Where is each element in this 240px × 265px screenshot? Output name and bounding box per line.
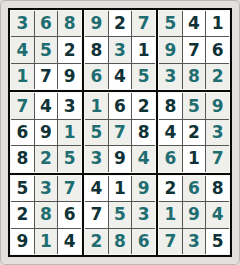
cell-digit: 9 <box>138 180 150 197</box>
cell-digit: 2 <box>164 180 176 197</box>
cell-digit: 2 <box>90 233 102 250</box>
sudoku-cell-r4c8[interactable]: 5 <box>183 93 206 118</box>
cell-digit: 6 <box>16 124 28 141</box>
sudoku-cell-r4c7[interactable]: 8 <box>159 93 182 118</box>
sudoku-cell-r7c6[interactable]: 9 <box>132 176 155 201</box>
sudoku-cell-r6c8[interactable]: 1 <box>183 146 206 171</box>
sudoku-cell-r8c6[interactable]: 3 <box>132 202 155 227</box>
cell-digit: 3 <box>212 124 224 141</box>
sudoku-cell-r3c2[interactable]: 7 <box>35 64 58 89</box>
cell-digit: 2 <box>64 42 76 59</box>
cell-digit: 3 <box>16 15 28 32</box>
sudoku-cell-r2c6[interactable]: 1 <box>132 37 155 62</box>
sudoku-box-2: 927831645 <box>84 10 156 90</box>
cell-digit: 6 <box>40 15 52 32</box>
cell-digit: 2 <box>188 124 200 141</box>
cell-digit: 1 <box>188 150 200 167</box>
sudoku-box-9: 268194735 <box>158 175 230 255</box>
cell-digit: 1 <box>212 15 224 32</box>
cell-digit: 5 <box>164 15 176 32</box>
cell-digit: 2 <box>138 98 150 115</box>
cell-digit: 1 <box>16 68 28 85</box>
sudoku-cell-r3c7[interactable]: 3 <box>159 64 182 89</box>
cell-digit: 3 <box>138 206 150 223</box>
cell-digit: 6 <box>188 180 200 197</box>
cell-digit: 8 <box>90 42 102 59</box>
cell-digit: 7 <box>16 98 28 115</box>
sudoku-cell-r8c9[interactable]: 4 <box>206 202 229 227</box>
sudoku-cell-r2c5[interactable]: 3 <box>109 37 132 62</box>
cell-digit: 6 <box>90 68 102 85</box>
cell-digit: 6 <box>138 233 150 250</box>
cell-digit: 6 <box>114 98 126 115</box>
cell-digit: 9 <box>16 233 28 250</box>
sudoku-cell-r9c7[interactable]: 7 <box>159 229 182 254</box>
cell-digit: 5 <box>138 68 150 85</box>
sudoku-cell-r4c1[interactable]: 7 <box>11 93 34 118</box>
sudoku-cell-r3c5[interactable]: 4 <box>109 64 132 89</box>
cell-digit: 3 <box>114 42 126 59</box>
sudoku-cell-r2c9[interactable]: 6 <box>206 37 229 62</box>
cell-digit: 4 <box>164 124 176 141</box>
cell-digit: 8 <box>114 233 126 250</box>
sudoku-cell-r2c1[interactable]: 4 <box>11 37 34 62</box>
sudoku-cell-r6c3[interactable]: 5 <box>58 146 81 171</box>
sudoku-cell-r1c5[interactable]: 2 <box>109 11 132 36</box>
sudoku-cell-r8c4[interactable]: 7 <box>85 202 108 227</box>
sudoku-box-7: 537286914 <box>10 175 82 255</box>
sudoku-cell-r9c9[interactable]: 5 <box>206 229 229 254</box>
cell-digit: 1 <box>90 98 102 115</box>
cell-digit: 1 <box>164 206 176 223</box>
sudoku-cell-r5c2[interactable]: 9 <box>35 120 58 145</box>
sudoku-board: 3684521799278316455419763827436918251625… <box>8 8 232 257</box>
sudoku-cell-r7c9[interactable]: 8 <box>206 176 229 201</box>
sudoku-cell-r7c8[interactable]: 6 <box>183 176 206 201</box>
sudoku-cell-r9c6[interactable]: 6 <box>132 229 155 254</box>
cell-digit: 9 <box>64 68 76 85</box>
sudoku-cell-r8c5[interactable]: 5 <box>109 202 132 227</box>
cell-digit: 3 <box>164 68 176 85</box>
sudoku-cell-r5c8[interactable]: 2 <box>183 120 206 145</box>
cell-digit: 8 <box>64 15 76 32</box>
sudoku-cell-r8c1[interactable]: 2 <box>11 202 34 227</box>
sudoku-cell-r9c2[interactable]: 1 <box>35 229 58 254</box>
cell-digit: 9 <box>212 98 224 115</box>
sudoku-cell-r7c4[interactable]: 4 <box>85 176 108 201</box>
sudoku-cell-r5c9[interactable]: 3 <box>206 120 229 145</box>
cell-digit: 8 <box>16 150 28 167</box>
sudoku-cell-r6c5[interactable]: 9 <box>109 146 132 171</box>
sudoku-cell-r4c9[interactable]: 9 <box>206 93 229 118</box>
sudoku-cell-r7c1[interactable]: 5 <box>11 176 34 201</box>
sudoku-cell-r4c4[interactable]: 1 <box>85 93 108 118</box>
sudoku-window: 3684521799278316455419763827436918251625… <box>0 0 240 265</box>
sudoku-box-3: 541976382 <box>158 10 230 90</box>
sudoku-cell-r7c2[interactable]: 3 <box>35 176 58 201</box>
sudoku-cell-r1c6[interactable]: 7 <box>132 11 155 36</box>
cell-digit: 5 <box>212 233 224 250</box>
cell-digit: 2 <box>16 206 28 223</box>
sudoku-cell-r8c3[interactable]: 6 <box>58 202 81 227</box>
sudoku-cell-r5c5[interactable]: 7 <box>109 120 132 145</box>
sudoku-box-6: 859423617 <box>158 92 230 172</box>
sudoku-cell-r7c5[interactable]: 1 <box>109 176 132 201</box>
cell-digit: 9 <box>40 124 52 141</box>
cell-digit: 4 <box>212 206 224 223</box>
sudoku-cell-r5c1[interactable]: 6 <box>11 120 34 145</box>
cell-digit: 7 <box>164 233 176 250</box>
cell-digit: 5 <box>90 124 102 141</box>
sudoku-cell-r6c9[interactable]: 7 <box>206 146 229 171</box>
cell-digit: 1 <box>40 233 52 250</box>
sudoku-cell-r4c5[interactable]: 6 <box>109 93 132 118</box>
sudoku-cell-r6c4[interactable]: 3 <box>85 146 108 171</box>
sudoku-cell-r5c7[interactable]: 4 <box>159 120 182 145</box>
cell-digit: 7 <box>138 15 150 32</box>
sudoku-cell-r8c2[interactable]: 8 <box>35 202 58 227</box>
sudoku-cell-r5c3[interactable]: 1 <box>58 120 81 145</box>
sudoku-cell-r6c2[interactable]: 2 <box>35 146 58 171</box>
sudoku-cell-r1c8[interactable]: 4 <box>183 11 206 36</box>
sudoku-cell-r9c3[interactable]: 4 <box>58 229 81 254</box>
cell-digit: 5 <box>188 98 200 115</box>
sudoku-box-1: 368452179 <box>10 10 82 90</box>
cell-digit: 7 <box>188 42 200 59</box>
cell-digit: 4 <box>64 233 76 250</box>
cell-digit: 3 <box>90 150 102 167</box>
sudoku-cell-r1c3[interactable]: 8 <box>58 11 81 36</box>
sudoku-cell-r3c1[interactable]: 1 <box>11 64 34 89</box>
sudoku-cell-r3c4[interactable]: 6 <box>85 64 108 89</box>
sudoku-cell-r1c9[interactable]: 1 <box>206 11 229 36</box>
cell-digit: 3 <box>64 98 76 115</box>
sudoku-cell-r3c9[interactable]: 2 <box>206 64 229 89</box>
cell-digit: 4 <box>138 150 150 167</box>
sudoku-cell-r3c6[interactable]: 5 <box>132 64 155 89</box>
cell-digit: 4 <box>40 98 52 115</box>
cell-digit: 8 <box>164 98 176 115</box>
sudoku-cell-r4c2[interactable]: 4 <box>35 93 58 118</box>
cell-digit: 3 <box>188 233 200 250</box>
cell-digit: 5 <box>114 206 126 223</box>
cell-digit: 4 <box>114 68 126 85</box>
cell-digit: 7 <box>90 206 102 223</box>
sudoku-cell-r6c1[interactable]: 8 <box>11 146 34 171</box>
sudoku-cell-r1c2[interactable]: 6 <box>35 11 58 36</box>
sudoku-cell-r2c3[interactable]: 2 <box>58 37 81 62</box>
cell-digit: 8 <box>212 180 224 197</box>
sudoku-cell-r5c6[interactable]: 8 <box>132 120 155 145</box>
sudoku-cell-r7c3[interactable]: 7 <box>58 176 81 201</box>
cell-digit: 7 <box>40 68 52 85</box>
cell-digit: 4 <box>16 42 28 59</box>
cell-digit: 8 <box>188 68 200 85</box>
sudoku-cell-r9c5[interactable]: 8 <box>109 229 132 254</box>
cell-digit: 8 <box>40 206 52 223</box>
sudoku-cell-r9c1[interactable]: 9 <box>11 229 34 254</box>
sudoku-cell-r2c2[interactable]: 5 <box>35 37 58 62</box>
sudoku-cell-r4c6[interactable]: 2 <box>132 93 155 118</box>
sudoku-cell-r8c8[interactable]: 9 <box>183 202 206 227</box>
sudoku-cell-r5c4[interactable]: 5 <box>85 120 108 145</box>
cell-digit: 2 <box>212 68 224 85</box>
sudoku-cell-r9c8[interactable]: 3 <box>183 229 206 254</box>
cell-digit: 6 <box>64 206 76 223</box>
sudoku-cell-r1c7[interactable]: 5 <box>159 11 182 36</box>
sudoku-cell-r2c4[interactable]: 8 <box>85 37 108 62</box>
cell-digit: 6 <box>212 42 224 59</box>
cell-digit: 1 <box>114 180 126 197</box>
sudoku-box-4: 743691825 <box>10 92 82 172</box>
cell-digit: 5 <box>40 42 52 59</box>
sudoku-cell-r8c7[interactable]: 1 <box>159 202 182 227</box>
cell-digit: 1 <box>64 124 76 141</box>
cell-digit: 1 <box>138 42 150 59</box>
sudoku-cell-r3c8[interactable]: 8 <box>183 64 206 89</box>
cell-digit: 4 <box>188 15 200 32</box>
sudoku-cell-r6c7[interactable]: 6 <box>159 146 182 171</box>
sudoku-cell-r2c8[interactable]: 7 <box>183 37 206 62</box>
cell-digit: 3 <box>40 180 52 197</box>
sudoku-box-8: 419753286 <box>84 175 156 255</box>
sudoku-box-5: 162578394 <box>84 92 156 172</box>
cell-digit: 7 <box>64 180 76 197</box>
cell-digit: 9 <box>188 206 200 223</box>
cell-digit: 9 <box>114 150 126 167</box>
cell-digit: 2 <box>114 15 126 32</box>
cell-digit: 5 <box>64 150 76 167</box>
cell-digit: 7 <box>212 150 224 167</box>
cell-digit: 8 <box>138 124 150 141</box>
cell-digit: 9 <box>90 15 102 32</box>
sudoku-cell-r1c1[interactable]: 3 <box>11 11 34 36</box>
sudoku-cell-r3c3[interactable]: 9 <box>58 64 81 89</box>
sudoku-cell-r6c6[interactable]: 4 <box>132 146 155 171</box>
cell-digit: 6 <box>164 150 176 167</box>
cell-digit: 7 <box>114 124 126 141</box>
cell-digit: 2 <box>40 150 52 167</box>
sudoku-cell-r4c3[interactable]: 3 <box>58 93 81 118</box>
sudoku-cell-r7c7[interactable]: 2 <box>159 176 182 201</box>
sudoku-cell-r9c4[interactable]: 2 <box>85 229 108 254</box>
sudoku-cell-r1c4[interactable]: 9 <box>85 11 108 36</box>
cell-digit: 9 <box>164 42 176 59</box>
cell-digit: 5 <box>16 180 28 197</box>
sudoku-cell-r2c7[interactable]: 9 <box>159 37 182 62</box>
cell-digit: 4 <box>90 180 102 197</box>
